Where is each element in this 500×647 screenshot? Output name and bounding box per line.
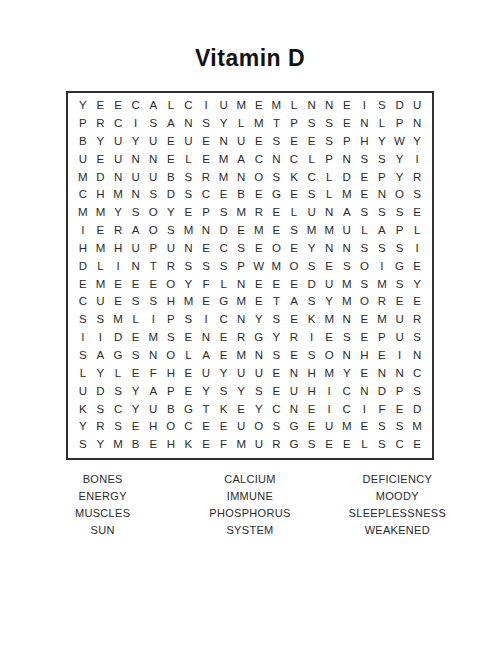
grid-cell[interactable]: L (92, 258, 110, 276)
grid-cell[interactable]: M (338, 186, 356, 204)
grid-cell[interactable]: I (356, 400, 374, 418)
grid-cell[interactable]: M (74, 204, 92, 222)
grid-cell[interactable]: L (408, 222, 426, 240)
grid-cell[interactable]: L (74, 365, 92, 383)
grid-cell[interactable]: S (109, 383, 127, 401)
grid-cell[interactable]: N (408, 115, 426, 133)
grid-cell[interactable]: E (268, 383, 286, 401)
grid-cell[interactable]: I (373, 258, 391, 276)
grid-cell[interactable]: H (162, 365, 180, 383)
grid-cell[interactable]: L (356, 436, 374, 454)
grid-cell[interactable]: M (250, 115, 268, 133)
grid-cell[interactable]: P (391, 383, 409, 401)
grid-cell[interactable]: U (320, 275, 338, 293)
grid-cell[interactable]: B (232, 186, 250, 204)
grid-cell[interactable]: Y (127, 133, 145, 151)
grid-cell[interactable]: U (303, 204, 321, 222)
grid-cell[interactable]: E (268, 365, 286, 383)
grid-cell[interactable]: N (180, 115, 198, 133)
grid-cell[interactable]: L (373, 115, 391, 133)
grid-cell[interactable]: G (215, 293, 233, 311)
grid-cell[interactable]: Y (408, 275, 426, 293)
grid-cell[interactable]: I (197, 97, 215, 115)
grid-cell[interactable]: P (162, 311, 180, 329)
grid-cell[interactable]: N (144, 151, 162, 169)
grid-cell[interactable]: E (268, 222, 286, 240)
grid-cell[interactable]: O (250, 418, 268, 436)
grid-cell[interactable]: U (127, 168, 145, 186)
grid-cell[interactable]: S (180, 258, 198, 276)
grid-cell[interactable]: G (250, 329, 268, 347)
grid-cell[interactable]: Y (92, 133, 110, 151)
grid-cell[interactable]: E (338, 97, 356, 115)
grid-cell[interactable]: S (373, 97, 391, 115)
grid-cell[interactable]: M (232, 436, 250, 454)
grid-cell[interactable]: E (250, 186, 268, 204)
grid-cell[interactable]: S (180, 186, 198, 204)
grid-cell[interactable]: F (215, 436, 233, 454)
grid-cell[interactable]: K (215, 400, 233, 418)
grid-cell[interactable]: Y (268, 329, 286, 347)
grid-cell[interactable]: P (338, 133, 356, 151)
grid-cell[interactable]: S (162, 222, 180, 240)
grid-cell[interactable]: S (303, 258, 321, 276)
grid-cell[interactable]: K (180, 436, 198, 454)
grid-cell[interactable]: S (268, 168, 286, 186)
grid-cell[interactable]: U (162, 240, 180, 258)
grid-cell[interactable]: E (92, 222, 110, 240)
grid-cell[interactable]: Y (92, 436, 110, 454)
grid-cell[interactable]: S (338, 258, 356, 276)
grid-cell[interactable]: M (144, 329, 162, 347)
grid-cell[interactable]: E (285, 186, 303, 204)
grid-cell[interactable]: M (92, 240, 110, 258)
grid-cell[interactable]: E (197, 293, 215, 311)
grid-cell[interactable]: H (356, 133, 374, 151)
grid-cell[interactable]: H (356, 347, 374, 365)
grid-cell[interactable]: E (303, 400, 321, 418)
grid-cell[interactable]: S (373, 151, 391, 169)
grid-cell[interactable]: T (144, 258, 162, 276)
grid-cell[interactable]: C (74, 186, 92, 204)
grid-cell[interactable]: E (162, 151, 180, 169)
grid-cell[interactable]: O (391, 186, 409, 204)
grid-cell[interactable]: S (92, 400, 110, 418)
grid-cell[interactable]: S (391, 418, 409, 436)
grid-cell[interactable]: E (373, 347, 391, 365)
grid-cell[interactable]: E (180, 365, 198, 383)
grid-cell[interactable]: Y (162, 204, 180, 222)
grid-cell[interactable]: E (109, 275, 127, 293)
grid-cell[interactable]: Y (109, 204, 127, 222)
grid-cell[interactable]: R (250, 204, 268, 222)
grid-cell[interactable]: D (391, 97, 409, 115)
grid-cell[interactable]: S (356, 151, 374, 169)
grid-cell[interactable]: R (92, 115, 110, 133)
grid-cell[interactable]: E (268, 204, 286, 222)
grid-cell[interactable]: U (215, 97, 233, 115)
grid-cell[interactable]: P (232, 258, 250, 276)
grid-cell[interactable]: U (109, 151, 127, 169)
grid-cell[interactable]: R (268, 436, 286, 454)
grid-cell[interactable]: O (144, 204, 162, 222)
grid-cell[interactable]: I (303, 329, 321, 347)
grid-cell[interactable]: S (356, 275, 374, 293)
grid-cell[interactable]: E (408, 204, 426, 222)
grid-cell[interactable]: E (303, 133, 321, 151)
grid-cell[interactable]: A (92, 347, 110, 365)
grid-cell[interactable]: Y (215, 115, 233, 133)
grid-cell[interactable]: S (109, 418, 127, 436)
grid-cell[interactable]: Y (74, 418, 92, 436)
grid-cell[interactable]: I (320, 383, 338, 401)
grid-cell[interactable]: U (391, 329, 409, 347)
grid-cell[interactable]: Y (250, 400, 268, 418)
grid-cell[interactable]: E (127, 329, 145, 347)
grid-cell[interactable]: Y (232, 383, 250, 401)
grid-cell[interactable]: D (92, 383, 110, 401)
grid-cell[interactable]: C (268, 400, 286, 418)
grid-cell[interactable]: R (162, 258, 180, 276)
grid-cell[interactable]: E (285, 133, 303, 151)
grid-cell[interactable]: B (162, 168, 180, 186)
grid-cell[interactable]: U (92, 293, 110, 311)
grid-cell[interactable]: R (373, 293, 391, 311)
grid-cell[interactable]: M (373, 311, 391, 329)
grid-cell[interactable]: E (197, 133, 215, 151)
grid-cell[interactable]: I (127, 115, 145, 133)
grid-cell[interactable]: P (391, 222, 409, 240)
grid-cell[interactable]: R (197, 168, 215, 186)
grid-cell[interactable]: S (180, 311, 198, 329)
grid-cell[interactable]: N (232, 168, 250, 186)
grid-cell[interactable]: N (356, 383, 374, 401)
grid-cell[interactable]: E (197, 240, 215, 258)
grid-cell[interactable]: H (144, 418, 162, 436)
grid-cell[interactable]: A (285, 293, 303, 311)
grid-cell[interactable]: O (268, 240, 286, 258)
grid-cell[interactable]: D (408, 400, 426, 418)
grid-cell[interactable]: Y (303, 240, 321, 258)
grid-cell[interactable]: U (144, 133, 162, 151)
grid-cell[interactable]: I (197, 311, 215, 329)
grid-cell[interactable]: S (74, 311, 92, 329)
grid-cell[interactable]: D (74, 258, 92, 276)
grid-cell[interactable]: P (285, 115, 303, 133)
grid-cell[interactable]: S (215, 258, 233, 276)
grid-cell[interactable]: G (285, 436, 303, 454)
grid-cell[interactable]: N (338, 240, 356, 258)
grid-cell[interactable]: S (356, 204, 374, 222)
grid-cell[interactable]: N (285, 400, 303, 418)
grid-cell[interactable]: S (180, 168, 198, 186)
grid-cell[interactable]: E (250, 133, 268, 151)
grid-cell[interactable]: G (391, 258, 409, 276)
grid-cell[interactable]: I (144, 311, 162, 329)
grid-cell[interactable]: L (232, 115, 250, 133)
grid-cell[interactable]: F (144, 365, 162, 383)
grid-cell[interactable]: S (408, 383, 426, 401)
grid-cell[interactable]: E (356, 365, 374, 383)
grid-cell[interactable]: O (162, 275, 180, 293)
grid-cell[interactable]: M (268, 97, 286, 115)
grid-cell[interactable]: K (74, 400, 92, 418)
grid-cell[interactable]: R (232, 329, 250, 347)
grid-cell[interactable]: H (92, 186, 110, 204)
grid-cell[interactable]: S (320, 115, 338, 133)
grid-cell[interactable]: G (180, 400, 198, 418)
grid-cell[interactable]: U (232, 418, 250, 436)
grid-cell[interactable]: Y (92, 365, 110, 383)
grid-cell[interactable]: C (215, 240, 233, 258)
grid-cell[interactable]: F (373, 400, 391, 418)
grid-cell[interactable]: N (127, 151, 145, 169)
grid-cell[interactable]: Y (373, 133, 391, 151)
grid-cell[interactable]: E (250, 293, 268, 311)
grid-cell[interactable]: A (197, 347, 215, 365)
grid-cell[interactable]: E (320, 258, 338, 276)
grid-cell[interactable]: N (338, 347, 356, 365)
grid-cell[interactable]: E (92, 97, 110, 115)
grid-cell[interactable]: N (303, 97, 321, 115)
grid-cell[interactable]: N (285, 365, 303, 383)
grid-cell[interactable]: I (74, 329, 92, 347)
grid-cell[interactable]: O (356, 258, 374, 276)
grid-cell[interactable]: E (232, 400, 250, 418)
grid-cell[interactable]: U (232, 133, 250, 151)
grid-cell[interactable]: Y (127, 383, 145, 401)
grid-cell[interactable]: S (303, 293, 321, 311)
grid-cell[interactable]: U (338, 222, 356, 240)
grid-cell[interactable]: A (162, 115, 180, 133)
grid-cell[interactable]: C (250, 151, 268, 169)
grid-cell[interactable]: S (74, 347, 92, 365)
grid-cell[interactable]: D (338, 168, 356, 186)
grid-cell[interactable]: P (320, 151, 338, 169)
grid-cell[interactable]: C (180, 418, 198, 436)
grid-cell[interactable]: C (180, 97, 198, 115)
grid-cell[interactable]: S (250, 383, 268, 401)
grid-cell[interactable]: S (268, 347, 286, 365)
grid-cell[interactable]: R (109, 222, 127, 240)
grid-cell[interactable]: A (232, 151, 250, 169)
grid-cell[interactable]: A (338, 204, 356, 222)
grid-cell[interactable]: E (162, 133, 180, 151)
grid-cell[interactable]: H (303, 383, 321, 401)
grid-cell[interactable]: E (127, 418, 145, 436)
grid-cell[interactable]: R (408, 311, 426, 329)
grid-cell[interactable]: S (197, 115, 215, 133)
grid-cell[interactable]: R (92, 418, 110, 436)
grid-cell[interactable]: N (215, 133, 233, 151)
grid-cell[interactable]: M (232, 293, 250, 311)
grid-cell[interactable]: U (74, 151, 92, 169)
grid-cell[interactable]: N (232, 275, 250, 293)
grid-cell[interactable]: S (127, 204, 145, 222)
grid-cell[interactable]: P (162, 383, 180, 401)
grid-cell[interactable]: E (127, 365, 145, 383)
grid-cell[interactable]: O (250, 168, 268, 186)
grid-cell[interactable]: U (232, 365, 250, 383)
grid-cell[interactable]: P (197, 204, 215, 222)
grid-cell[interactable]: P (373, 329, 391, 347)
grid-cell[interactable]: S (144, 186, 162, 204)
grid-cell[interactable]: U (250, 436, 268, 454)
grid-cell[interactable]: S (144, 293, 162, 311)
grid-cell[interactable]: U (74, 383, 92, 401)
grid-cell[interactable]: N (320, 97, 338, 115)
grid-cell[interactable]: Y (180, 275, 198, 293)
grid-cell[interactable]: G (109, 347, 127, 365)
grid-cell[interactable]: M (232, 97, 250, 115)
grid-cell[interactable]: L (109, 365, 127, 383)
grid-cell[interactable]: E (303, 418, 321, 436)
grid-cell[interactable]: S (215, 383, 233, 401)
grid-cell[interactable]: L (162, 97, 180, 115)
grid-cell[interactable]: C (303, 168, 321, 186)
grid-cell[interactable]: E (338, 115, 356, 133)
grid-cell[interactable]: M (232, 204, 250, 222)
grid-cell[interactable]: M (180, 222, 198, 240)
grid-cell[interactable]: U (250, 365, 268, 383)
grid-cell[interactable]: A (144, 383, 162, 401)
grid-cell[interactable]: S (215, 204, 233, 222)
grid-cell[interactable]: H (162, 436, 180, 454)
grid-cell[interactable]: E (285, 311, 303, 329)
grid-cell[interactable]: Y (408, 133, 426, 151)
grid-cell[interactable]: M (180, 293, 198, 311)
grid-cell[interactable]: M (268, 258, 286, 276)
grid-cell[interactable]: S (92, 311, 110, 329)
grid-cell[interactable]: U (144, 168, 162, 186)
grid-cell[interactable]: N (197, 222, 215, 240)
grid-cell[interactable]: B (74, 133, 92, 151)
grid-cell[interactable]: U (285, 383, 303, 401)
grid-cell[interactable]: P (373, 168, 391, 186)
grid-cell[interactable]: E (215, 329, 233, 347)
grid-cell[interactable]: U (127, 240, 145, 258)
grid-cell[interactable]: E (144, 436, 162, 454)
grid-cell[interactable]: L (215, 275, 233, 293)
grid-cell[interactable]: Y (338, 365, 356, 383)
grid-cell[interactable]: M (338, 418, 356, 436)
grid-cell[interactable]: E (338, 436, 356, 454)
grid-cell[interactable]: C (127, 97, 145, 115)
grid-cell[interactable]: N (250, 347, 268, 365)
grid-cell[interactable]: N (180, 240, 198, 258)
grid-cell[interactable]: S (303, 436, 321, 454)
grid-cell[interactable]: S (408, 186, 426, 204)
grid-cell[interactable]: D (162, 186, 180, 204)
grid-cell[interactable]: L (303, 151, 321, 169)
grid-cell[interactable]: E (127, 275, 145, 293)
grid-cell[interactable]: D (303, 275, 321, 293)
grid-cell[interactable]: C (285, 151, 303, 169)
grid-cell[interactable]: O (162, 418, 180, 436)
grid-cell[interactable]: S (373, 204, 391, 222)
grid-cell[interactable]: M (408, 418, 426, 436)
grid-cell[interactable]: H (162, 293, 180, 311)
grid-cell[interactable]: B (162, 400, 180, 418)
grid-cell[interactable]: I (74, 222, 92, 240)
grid-cell[interactable]: E (268, 275, 286, 293)
grid-cell[interactable]: E (391, 400, 409, 418)
grid-cell[interactable]: E (250, 240, 268, 258)
grid-cell[interactable]: M (250, 222, 268, 240)
grid-cell[interactable]: L (180, 151, 198, 169)
grid-cell[interactable]: N (338, 151, 356, 169)
grid-cell[interactable]: S (373, 436, 391, 454)
grid-cell[interactable]: M (109, 436, 127, 454)
grid-cell[interactable]: W (250, 258, 268, 276)
grid-cell[interactable]: F (197, 275, 215, 293)
grid-cell[interactable]: O (285, 258, 303, 276)
grid-cell[interactable]: N (109, 168, 127, 186)
grid-cell[interactable]: E (215, 347, 233, 365)
grid-cell[interactable]: I (391, 347, 409, 365)
grid-cell[interactable]: M (109, 186, 127, 204)
grid-cell[interactable]: S (373, 240, 391, 258)
grid-cell[interactable]: C (74, 293, 92, 311)
grid-cell[interactable]: K (303, 311, 321, 329)
grid-cell[interactable]: I (408, 240, 426, 258)
grid-cell[interactable]: U (391, 311, 409, 329)
grid-cell[interactable]: D (92, 168, 110, 186)
grid-cell[interactable]: R (285, 329, 303, 347)
grid-cell[interactable]: E (356, 311, 374, 329)
grid-cell[interactable]: E (109, 97, 127, 115)
grid-cell[interactable]: S (268, 133, 286, 151)
grid-cell[interactable]: Y (215, 365, 233, 383)
grid-cell[interactable]: I (356, 97, 374, 115)
grid-cell[interactable]: S (197, 258, 215, 276)
grid-cell[interactable]: N (320, 240, 338, 258)
grid-cell[interactable]: E (391, 293, 409, 311)
grid-cell[interactable]: G (268, 186, 286, 204)
grid-cell[interactable]: Y (197, 383, 215, 401)
grid-cell[interactable]: I (408, 151, 426, 169)
grid-cell[interactable]: E (215, 186, 233, 204)
grid-cell[interactable]: M (320, 222, 338, 240)
grid-cell[interactable]: W (391, 133, 409, 151)
grid-cell[interactable]: D (373, 383, 391, 401)
grid-cell[interactable]: S (127, 347, 145, 365)
grid-cell[interactable]: N (197, 329, 215, 347)
grid-cell[interactable]: I (109, 258, 127, 276)
grid-cell[interactable]: L (285, 97, 303, 115)
grid-cell[interactable]: S (74, 436, 92, 454)
grid-cell[interactable]: N (373, 365, 391, 383)
grid-cell[interactable]: N (232, 311, 250, 329)
grid-cell[interactable]: E (197, 436, 215, 454)
grid-cell[interactable]: L (127, 311, 145, 329)
grid-cell[interactable]: A (373, 222, 391, 240)
grid-cell[interactable]: E (285, 240, 303, 258)
grid-cell[interactable]: N (391, 365, 409, 383)
grid-cell[interactable]: E (408, 436, 426, 454)
grid-cell[interactable]: O (320, 347, 338, 365)
grid-cell[interactable]: A (127, 222, 145, 240)
grid-cell[interactable]: L (285, 204, 303, 222)
grid-cell[interactable]: E (320, 329, 338, 347)
grid-cell[interactable]: E (356, 418, 374, 436)
grid-cell[interactable]: P (144, 240, 162, 258)
grid-cell[interactable]: I (92, 329, 110, 347)
grid-cell[interactable]: E (232, 222, 250, 240)
grid-cell[interactable]: L (320, 186, 338, 204)
grid-cell[interactable]: C (215, 311, 233, 329)
grid-cell[interactable]: Y (320, 293, 338, 311)
